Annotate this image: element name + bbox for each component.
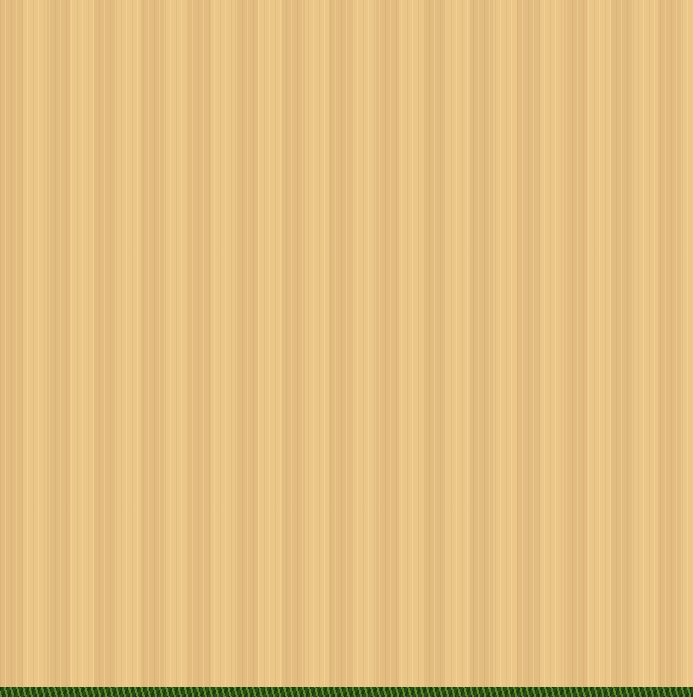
go-board-screenshot [0, 0, 693, 697]
board-grid [23, 25, 669, 671]
grass-strip [0, 687, 693, 697]
goban [0, 0, 693, 687]
